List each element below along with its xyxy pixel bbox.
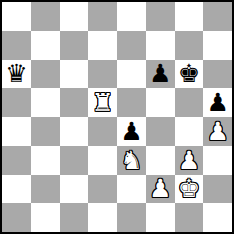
square-a5[interactable] <box>2 88 31 117</box>
square-d6[interactable] <box>88 60 117 89</box>
square-e4[interactable]: ♟ <box>117 117 146 146</box>
square-a8[interactable] <box>2 2 31 31</box>
white-pawn-icon[interactable]: ♟ <box>149 176 171 201</box>
square-c8[interactable] <box>60 2 89 31</box>
square-h6[interactable] <box>203 60 232 89</box>
square-e3[interactable]: ♞ <box>117 146 146 175</box>
white-king-icon[interactable]: ♚ <box>178 176 200 201</box>
square-a6[interactable]: ♛ <box>2 60 31 89</box>
square-g7[interactable] <box>175 31 204 60</box>
black-pawn-icon[interactable]: ♟ <box>206 90 228 115</box>
square-e2[interactable] <box>117 175 146 204</box>
square-f7[interactable] <box>146 31 175 60</box>
square-g6[interactable]: ♚ <box>175 60 204 89</box>
square-g1[interactable] <box>175 203 204 232</box>
square-d4[interactable] <box>88 117 117 146</box>
square-d1[interactable] <box>88 203 117 232</box>
square-a7[interactable] <box>2 31 31 60</box>
square-d3[interactable] <box>88 146 117 175</box>
black-king-icon[interactable]: ♚ <box>178 61 200 86</box>
square-h2[interactable] <box>203 175 232 204</box>
square-f3[interactable] <box>146 146 175 175</box>
square-d7[interactable] <box>88 31 117 60</box>
square-h7[interactable] <box>203 31 232 60</box>
square-e1[interactable] <box>117 203 146 232</box>
square-f4[interactable] <box>146 117 175 146</box>
square-h8[interactable] <box>203 2 232 31</box>
square-f8[interactable] <box>146 2 175 31</box>
square-c4[interactable] <box>60 117 89 146</box>
square-g8[interactable] <box>175 2 204 31</box>
square-c2[interactable] <box>60 175 89 204</box>
square-f2[interactable]: ♟ <box>146 175 175 204</box>
square-b7[interactable] <box>31 31 60 60</box>
square-a4[interactable] <box>2 117 31 146</box>
black-pawn-icon[interactable]: ♟ <box>120 119 142 144</box>
square-c5[interactable] <box>60 88 89 117</box>
square-e8[interactable] <box>117 2 146 31</box>
square-d8[interactable] <box>88 2 117 31</box>
square-b2[interactable] <box>31 175 60 204</box>
square-d2[interactable] <box>88 175 117 204</box>
square-a3[interactable] <box>2 146 31 175</box>
square-h5[interactable]: ♟ <box>203 88 232 117</box>
square-g5[interactable] <box>175 88 204 117</box>
square-h4[interactable]: ♟ <box>203 117 232 146</box>
square-e7[interactable] <box>117 31 146 60</box>
square-e5[interactable] <box>117 88 146 117</box>
square-h1[interactable] <box>203 203 232 232</box>
square-f5[interactable] <box>146 88 175 117</box>
square-b3[interactable] <box>31 146 60 175</box>
square-c1[interactable] <box>60 203 89 232</box>
white-knight-icon[interactable]: ♞ <box>120 148 142 173</box>
square-a2[interactable] <box>2 175 31 204</box>
chess-board: ♛♟♚♜♟♟♟♞♟♟♚ <box>2 2 232 232</box>
white-rook-icon[interactable]: ♜ <box>91 90 113 115</box>
square-b8[interactable] <box>31 2 60 31</box>
square-g2[interactable]: ♚ <box>175 175 204 204</box>
square-b5[interactable] <box>31 88 60 117</box>
white-pawn-icon[interactable]: ♟ <box>178 148 200 173</box>
square-g3[interactable]: ♟ <box>175 146 204 175</box>
square-d5[interactable]: ♜ <box>88 88 117 117</box>
square-c6[interactable] <box>60 60 89 89</box>
square-h3[interactable] <box>203 146 232 175</box>
square-c3[interactable] <box>60 146 89 175</box>
square-b1[interactable] <box>31 203 60 232</box>
square-g4[interactable] <box>175 117 204 146</box>
square-c7[interactable] <box>60 31 89 60</box>
white-pawn-icon[interactable]: ♟ <box>206 119 228 144</box>
square-f1[interactable] <box>146 203 175 232</box>
square-e6[interactable] <box>117 60 146 89</box>
black-pawn-icon[interactable]: ♟ <box>149 61 171 86</box>
square-b4[interactable] <box>31 117 60 146</box>
square-f6[interactable]: ♟ <box>146 60 175 89</box>
square-b6[interactable] <box>31 60 60 89</box>
chess-board-frame: ♛♟♚♜♟♟♟♞♟♟♚ <box>0 0 234 234</box>
square-a1[interactable] <box>2 203 31 232</box>
black-queen-icon[interactable]: ♛ <box>5 61 27 86</box>
